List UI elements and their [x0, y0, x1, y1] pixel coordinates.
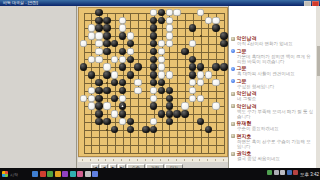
black-stone — [119, 87, 126, 94]
chat-text: 좌변은 흑이 선수로 수습이 가능해 보입니다 — [231, 139, 315, 149]
white-stone — [158, 63, 165, 70]
white-stone — [205, 71, 212, 78]
black-stone — [220, 63, 227, 70]
black-stone — [134, 63, 141, 70]
white-stone — [88, 24, 95, 31]
quick-launch-icon[interactable] — [92, 171, 98, 177]
black-stone — [166, 110, 173, 117]
black-stone — [197, 63, 204, 70]
grid-line-h — [84, 145, 225, 146]
black-stone — [197, 118, 204, 125]
chat-text: 가운데 흑대마가 잡히면 백이 크게 유리한 바둑이 되겠습니다 — [231, 54, 315, 64]
tick-mark — [90, 159, 91, 161]
black-stone — [189, 56, 196, 63]
black-stone — [150, 40, 157, 47]
window-title: 바둑 대국실 - [관전] — [0, 1, 38, 5]
white-stone — [88, 95, 95, 102]
black-stone — [103, 71, 110, 78]
black-stone — [119, 63, 126, 70]
black-stone — [150, 48, 157, 55]
black-stone — [95, 87, 102, 94]
black-stone — [103, 40, 110, 47]
chat-panel: 악인남격 아직 2선이라 변화가 없네요 그문 가운데 흑대마가 잡히면 백이 … — [228, 6, 320, 168]
quick-launch-icon[interactable] — [85, 171, 91, 177]
white-stone — [166, 9, 173, 16]
black-stone — [127, 40, 134, 47]
black-stone — [111, 79, 118, 86]
start-button-label[interactable]: 시작 — [10, 172, 18, 177]
user-badge-icon — [231, 37, 235, 41]
user-badge-icon — [231, 152, 235, 156]
white-stone — [205, 17, 212, 24]
chat-scrollbar-thumb[interactable] — [317, 46, 320, 76]
board-coordinate-ticks — [78, 158, 228, 162]
white-stone — [189, 40, 196, 47]
taskbar: 시작 오후 3:42 — [0, 168, 320, 180]
black-stone — [95, 24, 102, 31]
quick-launch-icon[interactable] — [32, 171, 38, 177]
tick-mark — [160, 159, 161, 161]
black-stone — [88, 71, 95, 78]
white-stone — [212, 79, 219, 86]
white-stone — [134, 79, 141, 86]
chat-text: 수상전 형세입니다 — [231, 84, 315, 89]
white-stone — [103, 102, 110, 109]
tray-icon[interactable] — [267, 170, 272, 175]
white-stone — [127, 48, 134, 55]
white-stone — [88, 102, 95, 109]
black-stone — [166, 102, 173, 109]
chat-username: 그문 — [237, 79, 247, 84]
white-stone — [158, 56, 165, 63]
quick-launch-icon[interactable] — [47, 171, 53, 177]
black-stone — [103, 24, 110, 31]
black-stone — [158, 110, 165, 117]
white-stone — [80, 40, 87, 47]
black-stone — [158, 9, 165, 16]
black-stone — [103, 32, 110, 39]
tick-mark — [215, 159, 216, 161]
black-stone — [95, 110, 102, 117]
grid-line-h — [84, 137, 225, 138]
tick-mark — [121, 159, 122, 161]
grid-line-h — [84, 153, 225, 154]
tray-icon[interactable] — [280, 170, 285, 175]
star-point — [106, 82, 108, 84]
go-board[interactable] — [78, 7, 228, 157]
white-stone — [119, 24, 126, 31]
white-stone — [197, 79, 204, 86]
user-badge-icon — [231, 67, 235, 71]
white-stone — [127, 32, 134, 39]
quick-launch-icon[interactable] — [70, 171, 76, 177]
user-badge-icon — [231, 134, 235, 138]
black-stone — [111, 126, 118, 133]
system-tray — [267, 170, 298, 175]
black-stone — [103, 87, 110, 94]
black-stone — [173, 110, 180, 117]
white-stone — [111, 56, 118, 63]
tick-mark — [192, 159, 193, 161]
star-point — [106, 129, 108, 131]
tick-mark — [82, 159, 83, 161]
black-stone — [212, 24, 219, 31]
star-point — [200, 129, 202, 131]
black-stone — [158, 17, 165, 24]
black-stone — [150, 24, 157, 31]
tray-icon[interactable] — [274, 170, 279, 175]
chat-username: 편지호 — [237, 134, 252, 139]
chat-message: 그문 흑 대마의 사활이 관건이네요 — [231, 66, 315, 76]
black-stone — [150, 63, 157, 70]
star-point — [200, 35, 202, 37]
white-stone — [212, 102, 219, 109]
start-button-icon[interactable] — [2, 171, 8, 177]
black-stone — [127, 56, 134, 63]
black-stone — [95, 17, 102, 24]
white-stone — [95, 32, 102, 39]
white-stone — [150, 95, 157, 102]
board-window: |◀◀▶▶|수순저장닫기 — [76, 6, 229, 168]
black-stone — [166, 87, 173, 94]
white-stone — [134, 87, 141, 94]
black-stone — [95, 102, 102, 109]
chat-message: 권익호 결국 중앙 싸움이네요 — [231, 151, 315, 161]
black-stone — [150, 56, 157, 63]
tick-mark — [199, 159, 200, 161]
white-stone — [119, 56, 126, 63]
chat-text: 수순이 중요하겠네요 — [231, 126, 315, 131]
tick-mark — [105, 159, 106, 161]
black-stone — [95, 95, 102, 102]
white-stone — [189, 95, 196, 102]
black-stone — [142, 126, 149, 133]
user-badge-icon — [231, 49, 235, 53]
tick-mark — [129, 159, 130, 161]
white-stone — [166, 71, 173, 78]
white-stone — [95, 48, 102, 55]
quick-launch-icon[interactable] — [55, 171, 61, 177]
black-stone — [150, 79, 157, 86]
black-stone — [119, 48, 126, 55]
black-stone — [103, 48, 110, 55]
black-stone — [189, 71, 196, 78]
white-stone — [88, 56, 95, 63]
black-stone — [111, 40, 118, 47]
white-stone — [158, 71, 165, 78]
white-stone — [119, 17, 126, 24]
white-stone — [197, 95, 204, 102]
black-stone — [212, 63, 219, 70]
white-stone — [166, 32, 173, 39]
white-stone — [111, 110, 118, 117]
tick-mark — [207, 159, 208, 161]
chat-message: 악인남격 네 그렇죠 — [231, 91, 315, 101]
black-stone — [166, 95, 173, 102]
chat-text: 결국 중앙 싸움이네요 — [231, 156, 315, 161]
chat-text: 네 그렇죠 — [231, 96, 315, 101]
white-stone — [189, 79, 196, 86]
tick-mark — [168, 159, 169, 161]
chat-message-list: 악인남격 아직 2선이라 변화가 없네요 그문 가운데 흑대마가 잡히면 백이 … — [231, 36, 315, 164]
white-stone — [103, 63, 110, 70]
white-stone — [88, 87, 95, 94]
black-stone — [127, 71, 134, 78]
black-stone — [158, 79, 165, 86]
chat-message: 그문 수상전 형세입니다 — [231, 79, 315, 89]
black-stone — [127, 126, 134, 133]
user-badge-icon — [231, 104, 235, 108]
black-stone — [127, 118, 134, 125]
white-stone — [150, 87, 157, 94]
black-stone — [95, 9, 102, 16]
tick-mark — [176, 159, 177, 161]
chat-text: 흑 대마의 사활이 관건이네요 — [231, 71, 315, 76]
white-stone — [181, 102, 188, 109]
white-stone — [166, 24, 173, 31]
chat-message: 유재현 수순이 중요하겠네요 — [231, 121, 315, 131]
tick-mark — [145, 159, 146, 161]
white-stone — [158, 48, 165, 55]
white-stone — [173, 9, 180, 16]
tick-mark — [223, 159, 224, 161]
white-stone — [95, 40, 102, 47]
white-stone — [80, 95, 87, 102]
white-stone — [88, 32, 95, 39]
chat-message: 악인남격 아직 2선이라 변화가 없네요 — [231, 36, 315, 46]
black-stone — [181, 110, 188, 117]
white-stone — [189, 87, 196, 94]
black-stone — [80, 63, 87, 70]
user-badge-icon — [231, 79, 235, 83]
black-stone — [150, 102, 157, 109]
quick-launch-icons — [32, 171, 98, 177]
tick-mark — [184, 159, 185, 161]
quick-launch-icon[interactable] — [77, 171, 83, 177]
chat-username: 악인남격 — [237, 104, 257, 109]
chat-scrollbar[interactable] — [316, 6, 320, 168]
chat-text: 아직 2선이라 변화가 없네요 — [231, 41, 315, 46]
black-stone — [119, 79, 126, 86]
black-stone — [220, 40, 227, 47]
quick-launch-icon[interactable] — [62, 171, 68, 177]
black-stone — [205, 126, 212, 133]
white-stone — [150, 9, 157, 16]
white-stone — [111, 71, 118, 78]
black-stone — [150, 126, 157, 133]
white-stone — [95, 56, 102, 63]
tick-mark — [98, 159, 99, 161]
white-stone — [166, 17, 173, 24]
black-stone — [158, 87, 165, 94]
chat-message: 악인남격 백도 수가 부족해 보여서 패가 될 듯 싶습니다 — [231, 104, 315, 119]
quick-launch-icon[interactable] — [40, 171, 46, 177]
tick-mark — [113, 159, 114, 161]
black-stone — [119, 110, 126, 117]
black-stone — [189, 24, 196, 31]
grid-line-v — [177, 13, 178, 154]
black-stone — [111, 95, 118, 102]
white-stone — [212, 17, 219, 24]
black-stone — [150, 17, 157, 24]
black-stone — [150, 32, 157, 39]
taskbar-clock: 오후 3:42 — [300, 168, 319, 180]
black-stone — [189, 63, 196, 70]
white-stone — [119, 95, 126, 102]
black-stone — [150, 71, 157, 78]
chat-text: 백도 수가 부족해 보여서 패가 될 듯 싶습니다 — [231, 109, 315, 119]
user-badge-icon — [231, 122, 235, 126]
black-stone — [220, 32, 227, 39]
tick-mark — [137, 159, 138, 161]
chat-message: 그문 가운데 흑대마가 잡히면 백이 크게 유리한 바둑이 되겠습니다 — [231, 49, 315, 64]
black-stone — [119, 32, 126, 39]
white-stone — [158, 40, 165, 47]
user-badge-icon — [231, 92, 235, 96]
white-stone — [197, 71, 204, 78]
black-stone — [95, 79, 102, 86]
black-stone — [181, 48, 188, 55]
white-stone — [150, 118, 157, 125]
black-stone — [166, 118, 173, 125]
tray-icon[interactable] — [287, 170, 292, 175]
white-stone — [166, 40, 173, 47]
grid-line-h — [84, 114, 225, 115]
black-stone — [103, 118, 110, 125]
black-stone — [95, 118, 102, 125]
white-stone — [197, 9, 204, 16]
tick-mark — [152, 159, 153, 161]
chat-message: 편지호 좌변은 흑이 선수로 수습이 가능해 보입니다 — [231, 134, 315, 149]
tray-icon[interactable] — [293, 170, 298, 175]
white-stone — [119, 118, 126, 125]
chat-username: 그문 — [237, 49, 247, 54]
grid-line-v — [185, 13, 186, 154]
black-stone — [103, 17, 110, 24]
